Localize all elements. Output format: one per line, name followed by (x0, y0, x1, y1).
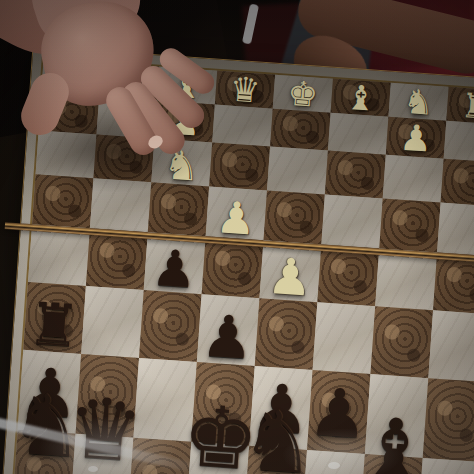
square-a6[interactable]: ♜ (23, 282, 86, 354)
square-c2[interactable]: ♟ (154, 101, 215, 143)
square-h1[interactable]: ♜ (446, 87, 474, 125)
black-rook-a6[interactable]: ♜ (26, 299, 81, 352)
white-rook-h1[interactable]: ♜ (460, 91, 474, 122)
board-grid: ♝♛♚♝♞♜♟♟♞♟♟♟♜♟♟♟♟♞♛♚♞♝ (9, 56, 474, 474)
square-d4[interactable]: ♟ (206, 186, 267, 240)
square-g8[interactable]: ♝ (358, 454, 422, 474)
square-f2[interactable] (328, 113, 389, 155)
white-knight-c3[interactable]: ♞ (162, 147, 200, 183)
square-g4[interactable] (379, 199, 440, 253)
white-pawn-e5[interactable]: ♟ (266, 254, 314, 300)
square-b4[interactable] (90, 178, 151, 232)
chess-photo-scene: ♝♛♚♝♞♜♟♟♞♟♟♟♜♟♟♟♟♞♛♚♞♝ (0, 0, 474, 474)
square-e8[interactable]: ♞ (243, 446, 307, 474)
black-bishop-g8[interactable]: ♝ (354, 412, 434, 474)
white-pawn-g2[interactable]: ♟ (399, 123, 433, 156)
white-king-e1[interactable]: ♚ (287, 79, 319, 110)
square-b2[interactable] (97, 97, 158, 139)
square-d6[interactable]: ♟ (197, 294, 260, 366)
white-queen-d1[interactable]: ♛ (229, 75, 261, 106)
square-g2[interactable]: ♟ (386, 117, 447, 159)
square-e5[interactable]: ♟ (259, 240, 321, 302)
square-h5[interactable] (433, 252, 474, 314)
square-b8[interactable]: ♛ (69, 434, 133, 474)
black-queen-b8[interactable]: ♛ (65, 392, 145, 468)
square-g6[interactable] (370, 306, 433, 378)
black-pawn-c5[interactable]: ♟ (150, 246, 198, 292)
square-c6[interactable] (139, 290, 202, 362)
square-d1[interactable]: ♛ (215, 71, 275, 109)
black-pawn-d6[interactable]: ♟ (200, 311, 255, 364)
square-d3[interactable] (209, 143, 270, 191)
square-c5[interactable]: ♟ (144, 232, 206, 294)
square-e4[interactable] (264, 190, 325, 244)
square-a3[interactable] (36, 130, 97, 178)
white-knight-g1[interactable]: ♞ (402, 87, 434, 118)
square-e2[interactable] (270, 109, 331, 151)
square-d2[interactable] (212, 105, 273, 147)
square-e6[interactable] (255, 298, 318, 370)
square-e3[interactable] (267, 147, 328, 195)
square-a4[interactable] (32, 174, 93, 228)
square-c4[interactable] (148, 182, 209, 236)
chessboard: ♝♛♚♝♞♜♟♟♞♟♟♟♜♟♟♟♟♞♛♚♞♝ (0, 46, 474, 474)
white-bishop-c1[interactable]: ♝ (171, 71, 203, 102)
square-b3[interactable] (93, 134, 154, 182)
square-h4[interactable] (437, 203, 474, 257)
square-a1[interactable] (41, 59, 101, 97)
square-g1[interactable]: ♞ (388, 83, 448, 121)
square-a2[interactable] (39, 92, 100, 134)
square-h3[interactable] (441, 159, 474, 207)
square-f1[interactable]: ♝ (331, 79, 391, 117)
board-frame: ♝♛♚♝♞♜♟♟♞♟♟♟♜♟♟♟♟♞♛♚♞♝ (0, 46, 474, 474)
square-f3[interactable] (325, 151, 386, 199)
square-e1[interactable]: ♚ (273, 75, 333, 113)
square-g3[interactable] (383, 155, 444, 203)
square-h2[interactable] (444, 121, 474, 163)
square-f6[interactable] (313, 302, 376, 374)
white-bishop-f1[interactable]: ♝ (344, 83, 376, 114)
square-h6[interactable] (428, 310, 474, 382)
square-c1[interactable]: ♝ (157, 67, 217, 105)
white-pawn-d4[interactable]: ♟ (215, 198, 257, 238)
white-pawn-c2[interactable]: ♟ (167, 107, 201, 140)
square-f4[interactable] (321, 195, 382, 249)
black-knight-e8[interactable]: ♞ (238, 404, 318, 474)
square-b6[interactable] (81, 286, 144, 358)
square-b1[interactable] (99, 63, 159, 101)
square-c3[interactable]: ♞ (151, 138, 212, 186)
